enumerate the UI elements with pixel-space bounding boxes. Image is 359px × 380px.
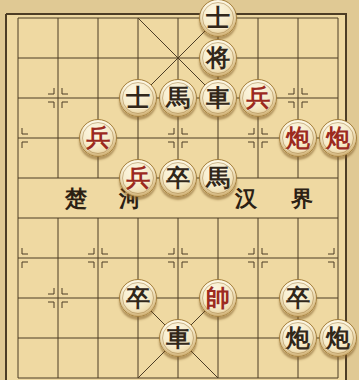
piece-red-general[interactable]: 帥 xyxy=(199,279,237,317)
piece-black-soldier[interactable]: 卒 xyxy=(279,279,317,317)
piece-black-advisor[interactable]: 士 xyxy=(119,79,157,117)
xiangqi-board[interactable]: 楚河 汉界 士将士馬車兵兵炮炮兵卒馬卒帥卒車炮炮 xyxy=(0,0,359,380)
piece-black-chariot[interactable]: 車 xyxy=(199,79,237,117)
piece-black-horse[interactable]: 馬 xyxy=(159,79,197,117)
piece-red-cannon[interactable]: 炮 xyxy=(279,119,317,157)
piece-black-general[interactable]: 将 xyxy=(199,39,237,77)
piece-black-cannon[interactable]: 炮 xyxy=(279,319,317,357)
piece-red-cannon[interactable]: 炮 xyxy=(319,119,357,157)
piece-black-chariot[interactable]: 車 xyxy=(159,319,197,357)
piece-red-soldier[interactable]: 兵 xyxy=(79,119,117,157)
piece-red-soldier[interactable]: 兵 xyxy=(119,159,157,197)
piece-black-soldier[interactable]: 卒 xyxy=(119,279,157,317)
piece-black-advisor[interactable]: 士 xyxy=(199,0,237,37)
piece-black-horse[interactable]: 馬 xyxy=(199,159,237,197)
piece-black-soldier[interactable]: 卒 xyxy=(159,159,197,197)
piece-black-cannon[interactable]: 炮 xyxy=(319,319,357,357)
pieces-layer: 士将士馬車兵兵炮炮兵卒馬卒帥卒車炮炮 xyxy=(0,0,358,380)
piece-red-soldier[interactable]: 兵 xyxy=(239,79,277,117)
